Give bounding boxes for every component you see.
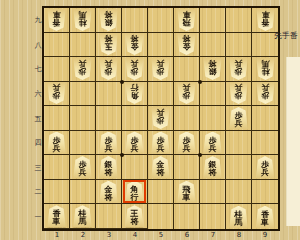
file-label: 4 bbox=[122, 230, 148, 240]
square-f4-r二[interactable]: 角行 bbox=[122, 180, 148, 205]
歩兵-piece-top[interactable]: 歩兵 bbox=[228, 58, 249, 80]
piece-kanji: 車 bbox=[183, 10, 191, 18]
square-f6-r二[interactable]: 飛車 bbox=[174, 180, 200, 205]
square-f4-r九[interactable] bbox=[122, 8, 148, 33]
piece-kanji: 馬 bbox=[79, 218, 87, 226]
piece-kanji: 歩 bbox=[235, 67, 243, 75]
square-f7-r一[interactable] bbox=[200, 204, 226, 229]
square-f8-r七[interactable]: 歩兵 bbox=[226, 57, 252, 82]
piece-kanji: 車 bbox=[53, 218, 61, 226]
piece-kanji: 桂 bbox=[261, 67, 269, 75]
shogi-app: 香車桂馬銀将飛車香車玉将金将金将歩兵歩兵歩兵歩兵銀将歩兵桂馬歩兵角行歩兵歩兵歩兵… bbox=[0, 0, 300, 240]
歩兵-piece-bottom[interactable]: 歩兵 bbox=[72, 156, 93, 178]
金将-piece-top[interactable]: 金将 bbox=[124, 33, 145, 55]
歩兵-piece-top[interactable]: 歩兵 bbox=[150, 58, 171, 80]
square-f8-r二[interactable] bbox=[226, 180, 252, 205]
飛車-piece-bottom[interactable]: 飛車 bbox=[176, 181, 197, 203]
square-f3-r五[interactable] bbox=[96, 106, 122, 131]
piece-kanji: 兵 bbox=[79, 59, 87, 67]
square-f1-r二[interactable] bbox=[44, 180, 70, 205]
square-f5-r三[interactable]: 金将 bbox=[148, 155, 174, 180]
square-f2-r五[interactable] bbox=[70, 106, 96, 131]
piece-kanji: 兵 bbox=[131, 145, 139, 153]
square-f6-r六[interactable]: 歩兵 bbox=[174, 82, 200, 107]
歩兵-piece-bottom[interactable]: 歩兵 bbox=[98, 132, 119, 154]
square-f1-r八[interactable] bbox=[44, 33, 70, 58]
piece-kanji: 将 bbox=[105, 34, 113, 42]
square-f3-r八[interactable]: 玉将 bbox=[96, 33, 122, 58]
square-f2-r四[interactable] bbox=[70, 131, 96, 156]
square-f8-r九[interactable] bbox=[226, 8, 252, 33]
rank-label: 一 bbox=[33, 205, 43, 230]
piece-kanji: 歩 bbox=[183, 91, 191, 99]
歩兵-piece-bottom[interactable]: 歩兵 bbox=[228, 107, 249, 129]
piece-kanji: 車 bbox=[261, 10, 269, 18]
piece-kanji: 兵 bbox=[235, 59, 243, 67]
桂馬-piece-bottom[interactable]: 桂馬 bbox=[72, 205, 93, 227]
香車-piece-bottom[interactable]: 香車 bbox=[255, 206, 276, 228]
square-f5-r五[interactable]: 歩兵 bbox=[148, 106, 174, 131]
square-f2-r二[interactable] bbox=[70, 180, 96, 205]
square-f1-r七[interactable] bbox=[44, 57, 70, 82]
square-f4-r四[interactable]: 歩兵 bbox=[122, 131, 148, 156]
square-f1-r五[interactable] bbox=[44, 106, 70, 131]
piece-kanji: 兵 bbox=[261, 83, 269, 91]
piece-kanji: 兵 bbox=[131, 59, 139, 67]
shogi-board[interactable]: 香車桂馬銀将飛車香車玉将金将金将歩兵歩兵歩兵歩兵銀将歩兵桂馬歩兵角行歩兵歩兵歩兵… bbox=[42, 6, 280, 231]
歩兵-piece-top[interactable]: 歩兵 bbox=[255, 82, 276, 104]
歩兵-piece-top[interactable]: 歩兵 bbox=[124, 58, 145, 80]
桂馬-piece-bottom[interactable]: 桂馬 bbox=[228, 206, 249, 228]
square-f2-r三[interactable]: 歩兵 bbox=[70, 155, 96, 180]
piece-kanji: 兵 bbox=[105, 145, 113, 153]
piece-kanji: 兵 bbox=[183, 83, 191, 91]
square-f9-r七[interactable]: 桂馬 bbox=[252, 57, 278, 82]
piece-kanji: 将 bbox=[209, 59, 217, 67]
square-f2-r九[interactable]: 桂馬 bbox=[70, 8, 96, 33]
piece-kanji: 将 bbox=[157, 169, 165, 177]
piece-kanji: 行 bbox=[131, 194, 139, 202]
飛車-piece-top[interactable]: 飛車 bbox=[176, 9, 197, 31]
歩兵-piece-top[interactable]: 歩兵 bbox=[228, 82, 249, 104]
file-label: 8 bbox=[226, 230, 252, 240]
歩兵-piece-bottom[interactable]: 歩兵 bbox=[202, 132, 223, 154]
square-f6-r一[interactable] bbox=[174, 204, 200, 229]
square-f7-r五[interactable] bbox=[200, 106, 226, 131]
桂馬-piece-top[interactable]: 桂馬 bbox=[255, 58, 276, 80]
square-f7-r六[interactable] bbox=[200, 82, 226, 107]
square-f9-r一[interactable]: 香車 bbox=[252, 204, 278, 229]
square-f3-r九[interactable]: 銀将 bbox=[96, 8, 122, 33]
square-f5-r九[interactable] bbox=[148, 8, 174, 33]
歩兵-piece-bottom[interactable]: 歩兵 bbox=[124, 132, 145, 154]
square-f3-r三[interactable]: 銀将 bbox=[96, 155, 122, 180]
square-f4-r七[interactable]: 歩兵 bbox=[122, 57, 148, 82]
square-f2-r一[interactable]: 桂馬 bbox=[70, 204, 96, 229]
piece-kanji: 玉 bbox=[105, 42, 113, 50]
銀将-piece-top[interactable]: 銀将 bbox=[98, 9, 119, 31]
square-f3-r二[interactable]: 金将 bbox=[96, 180, 122, 205]
square-f4-r一[interactable]: 王将 bbox=[122, 204, 148, 229]
rank-labels: 九八七六五四三二一 bbox=[33, 8, 43, 229]
piece-kanji: 兵 bbox=[79, 169, 87, 177]
piece-kanji: 歩 bbox=[261, 91, 269, 99]
square-f6-r三[interactable] bbox=[174, 155, 200, 180]
piece-kanji: 歩 bbox=[157, 67, 165, 75]
rank-label: 二 bbox=[33, 180, 43, 205]
piece-kanji: 兵 bbox=[157, 108, 165, 116]
square-f6-r七[interactable] bbox=[174, 57, 200, 82]
歩兵-piece-top[interactable]: 歩兵 bbox=[72, 58, 93, 80]
square-f3-r六[interactable] bbox=[96, 82, 122, 107]
piece-kanji: 兵 bbox=[53, 145, 61, 153]
piece-kanji: 歩 bbox=[157, 116, 165, 124]
piece-kanji: 銀 bbox=[209, 67, 217, 75]
square-f9-r四[interactable] bbox=[252, 131, 278, 156]
玉将-piece-top[interactable]: 玉将 bbox=[98, 33, 119, 55]
square-f9-r三[interactable]: 歩兵 bbox=[252, 155, 278, 180]
square-f2-r八[interactable] bbox=[70, 33, 96, 58]
piece-stand bbox=[286, 57, 300, 226]
銀将-piece-bottom[interactable]: 銀将 bbox=[202, 156, 223, 178]
square-f6-r九[interactable]: 飛車 bbox=[174, 8, 200, 33]
square-f2-r七[interactable]: 歩兵 bbox=[70, 57, 96, 82]
square-f3-r七[interactable]: 歩兵 bbox=[96, 57, 122, 82]
square-f1-r六[interactable]: 歩兵 bbox=[44, 82, 70, 107]
piece-kanji: 兵 bbox=[235, 83, 243, 91]
金将-piece-bottom[interactable]: 金将 bbox=[98, 181, 119, 203]
piece-kanji: 兵 bbox=[157, 145, 165, 153]
square-f4-r三[interactable] bbox=[122, 155, 148, 180]
piece-kanji: 歩 bbox=[105, 67, 113, 75]
square-f8-r一[interactable]: 桂馬 bbox=[226, 204, 252, 229]
歩兵-piece-bottom[interactable]: 歩兵 bbox=[46, 132, 67, 154]
rank-label: 三 bbox=[33, 155, 43, 180]
piece-kanji: 将 bbox=[105, 10, 113, 18]
square-f4-r五[interactable] bbox=[122, 106, 148, 131]
square-f5-r一[interactable] bbox=[148, 204, 174, 229]
金将-piece-top[interactable]: 金将 bbox=[176, 33, 197, 55]
rank-label: 六 bbox=[33, 82, 43, 107]
桂馬-piece-top[interactable]: 桂馬 bbox=[72, 9, 93, 31]
square-f2-r六[interactable] bbox=[70, 82, 96, 107]
香車-piece-top[interactable]: 香車 bbox=[255, 9, 276, 31]
square-f8-r五[interactable]: 歩兵 bbox=[226, 106, 252, 131]
square-f8-r八[interactable] bbox=[226, 33, 252, 58]
file-label: 1 bbox=[44, 230, 70, 240]
square-f4-r八[interactable]: 金将 bbox=[122, 33, 148, 58]
square-f7-r八[interactable] bbox=[200, 33, 226, 58]
歩兵-piece-top[interactable]: 歩兵 bbox=[46, 82, 67, 104]
piece-kanji: 歩 bbox=[79, 67, 87, 75]
file-label: 6 bbox=[174, 230, 200, 240]
square-f1-r三[interactable] bbox=[44, 155, 70, 180]
piece-kanji: 馬 bbox=[261, 59, 269, 67]
square-f8-r六[interactable]: 歩兵 bbox=[226, 82, 252, 107]
file-label: 9 bbox=[252, 230, 278, 240]
square-f9-r九[interactable]: 香車 bbox=[252, 8, 278, 33]
piece-kanji: 兵 bbox=[209, 145, 217, 153]
piece-kanji: 金 bbox=[131, 42, 139, 50]
歩兵-piece-top[interactable]: 歩兵 bbox=[176, 82, 197, 104]
piece-kanji: 将 bbox=[209, 169, 217, 177]
piece-kanji: 車 bbox=[183, 194, 191, 202]
square-f1-r一[interactable]: 香車 bbox=[44, 204, 70, 229]
歩兵-piece-bottom[interactable]: 歩兵 bbox=[176, 132, 197, 154]
piece-kanji: 行 bbox=[131, 83, 139, 91]
piece-kanji: 歩 bbox=[53, 91, 61, 99]
銀将-piece-top[interactable]: 銀将 bbox=[202, 58, 223, 80]
file-label: 3 bbox=[96, 230, 122, 240]
square-f1-r四[interactable]: 歩兵 bbox=[44, 131, 70, 156]
piece-kanji: 兵 bbox=[157, 59, 165, 67]
square-f8-r四[interactable] bbox=[226, 131, 252, 156]
square-f7-r三[interactable]: 銀将 bbox=[200, 155, 226, 180]
square-f5-r二[interactable] bbox=[148, 180, 174, 205]
piece-kanji: 兵 bbox=[53, 83, 61, 91]
rank-label: 五 bbox=[33, 106, 43, 131]
rank-label: 七 bbox=[33, 57, 43, 82]
piece-kanji: 兵 bbox=[235, 120, 243, 128]
square-f1-r九[interactable]: 香車 bbox=[44, 8, 70, 33]
piece-kanji: 馬 bbox=[79, 10, 87, 18]
square-f3-r四[interactable]: 歩兵 bbox=[96, 131, 122, 156]
piece-kanji: 車 bbox=[261, 219, 269, 227]
piece-kanji: 将 bbox=[131, 34, 139, 42]
file-labels: 123456789 bbox=[44, 230, 278, 240]
rank-label: 八 bbox=[33, 33, 43, 58]
file-label: 5 bbox=[148, 230, 174, 240]
square-f7-r四[interactable]: 歩兵 bbox=[200, 131, 226, 156]
piece-kanji: 馬 bbox=[235, 219, 243, 227]
square-f6-r八[interactable]: 金将 bbox=[174, 33, 200, 58]
金将-piece-bottom[interactable]: 金将 bbox=[150, 156, 171, 178]
piece-kanji: 歩 bbox=[235, 91, 243, 99]
香車-piece-bottom[interactable]: 香車 bbox=[46, 205, 67, 227]
piece-kanji: 兵 bbox=[183, 145, 191, 153]
piece-kanji: 将 bbox=[183, 34, 191, 42]
square-f9-r六[interactable]: 歩兵 bbox=[252, 82, 278, 107]
piece-kanji: 将 bbox=[105, 169, 113, 177]
銀将-piece-bottom[interactable]: 銀将 bbox=[98, 156, 119, 178]
歩兵-piece-bottom[interactable]: 歩兵 bbox=[255, 156, 276, 178]
piece-kanji: 車 bbox=[53, 10, 61, 18]
rank-label: 四 bbox=[33, 131, 43, 156]
piece-kanji: 将 bbox=[131, 218, 139, 226]
square-f5-r八[interactable] bbox=[148, 33, 174, 58]
file-label: 2 bbox=[70, 230, 96, 240]
piece-kanji: 兵 bbox=[261, 169, 269, 177]
歩兵-piece-bottom[interactable]: 歩兵 bbox=[150, 132, 171, 154]
rank-label: 九 bbox=[33, 8, 43, 33]
歩兵-piece-top[interactable]: 歩兵 bbox=[150, 107, 171, 129]
square-f5-r六[interactable] bbox=[148, 82, 174, 107]
square-f3-r一[interactable] bbox=[96, 204, 122, 229]
piece-kanji: 将 bbox=[105, 194, 113, 202]
square-f6-r四[interactable]: 歩兵 bbox=[174, 131, 200, 156]
square-f7-r二[interactable] bbox=[200, 180, 226, 205]
square-f5-r四[interactable]: 歩兵 bbox=[148, 131, 174, 156]
square-f9-r二[interactable] bbox=[252, 180, 278, 205]
piece-kanji: 金 bbox=[183, 42, 191, 50]
王将-piece-bottom[interactable]: 王将 bbox=[124, 205, 145, 227]
square-f6-r五[interactable] bbox=[174, 106, 200, 131]
角行-piece-top[interactable]: 角行 bbox=[124, 82, 145, 104]
square-f7-r九[interactable] bbox=[200, 8, 226, 33]
piece-kanji: 歩 bbox=[131, 67, 139, 75]
turn-indicator: 先手番 bbox=[274, 31, 300, 41]
香車-piece-top[interactable]: 香車 bbox=[46, 9, 67, 31]
piece-kanji: 兵 bbox=[105, 59, 113, 67]
square-f5-r七[interactable]: 歩兵 bbox=[148, 57, 174, 82]
file-label: 7 bbox=[200, 230, 226, 240]
piece-kanji: 角 bbox=[131, 91, 139, 99]
square-f8-r三[interactable] bbox=[226, 155, 252, 180]
square-f9-r五[interactable] bbox=[252, 106, 278, 131]
square-f7-r七[interactable]: 銀将 bbox=[200, 57, 226, 82]
square-f4-r六[interactable]: 角行 bbox=[122, 82, 148, 107]
歩兵-piece-top[interactable]: 歩兵 bbox=[98, 58, 119, 80]
角行-piece-bottom[interactable]: 角行 bbox=[124, 181, 145, 203]
